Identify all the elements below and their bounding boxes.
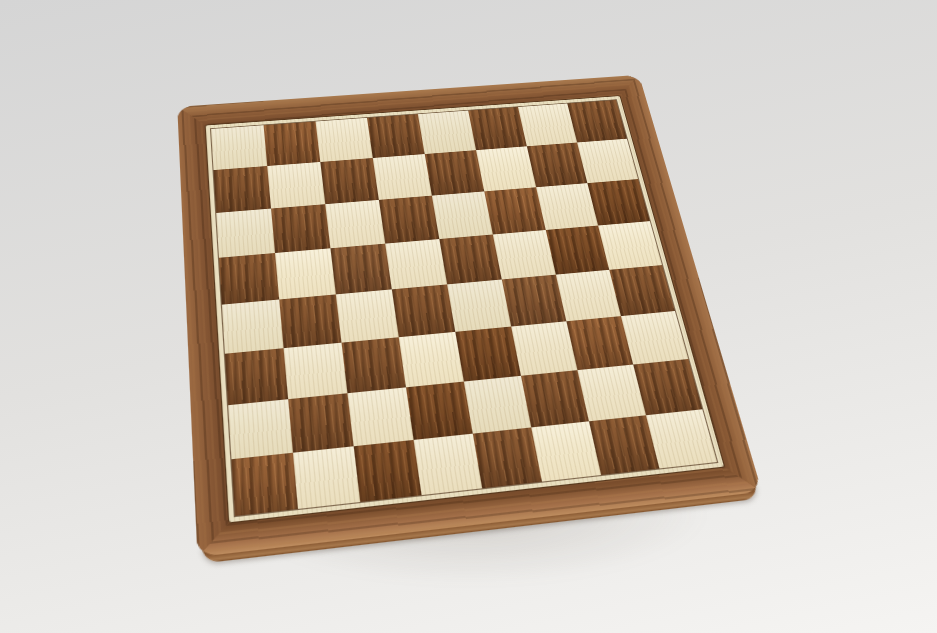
square-e1 — [473, 427, 542, 488]
square-d1 — [414, 434, 483, 495]
square-a3 — [225, 348, 288, 405]
square-c2 — [347, 387, 413, 446]
square-e2 — [464, 376, 531, 434]
square-c5 — [330, 244, 391, 295]
square-a8 — [211, 125, 267, 170]
square-b4 — [279, 294, 341, 348]
square-h5 — [598, 221, 662, 270]
square-f7 — [476, 146, 536, 191]
square-c6 — [325, 200, 385, 248]
board-frame — [177, 75, 762, 557]
square-c4 — [336, 289, 399, 342]
square-e5 — [439, 234, 501, 284]
chess-board — [177, 75, 762, 557]
square-c8 — [316, 118, 373, 162]
studio-background — [0, 0, 937, 633]
square-h4 — [609, 265, 675, 316]
square-b7 — [267, 162, 325, 209]
square-f5 — [493, 230, 556, 279]
square-a6 — [216, 209, 275, 258]
square-b1 — [293, 446, 360, 509]
square-a4 — [222, 299, 284, 353]
square-c7 — [320, 158, 379, 204]
square-h2 — [633, 359, 702, 415]
square-a1 — [231, 453, 298, 516]
square-d7 — [373, 154, 432, 200]
square-h3 — [621, 311, 688, 365]
square-b6 — [271, 204, 330, 253]
square-b3 — [284, 343, 348, 400]
square-e3 — [455, 327, 521, 382]
square-d8 — [367, 114, 425, 158]
square-c1 — [354, 440, 422, 502]
square-b8 — [264, 122, 321, 166]
square-f8 — [468, 107, 527, 150]
square-e8 — [418, 111, 476, 154]
square-h7 — [577, 139, 638, 183]
square-d6 — [379, 196, 439, 244]
square-c3 — [342, 337, 406, 393]
square-d3 — [399, 332, 464, 388]
square-e4 — [447, 279, 511, 331]
square-a7 — [214, 166, 271, 213]
square-b5 — [275, 248, 336, 299]
square-f6 — [484, 187, 545, 234]
square-d2 — [406, 382, 473, 440]
square-e6 — [432, 191, 493, 239]
square-e7 — [425, 150, 485, 195]
square-a2 — [228, 399, 293, 459]
square-b2 — [288, 393, 354, 452]
square-h1 — [646, 409, 717, 468]
square-h6 — [587, 179, 649, 225]
square-d4 — [392, 284, 455, 337]
square-h8 — [567, 100, 627, 142]
square-a5 — [219, 253, 279, 305]
square-d5 — [385, 239, 447, 289]
